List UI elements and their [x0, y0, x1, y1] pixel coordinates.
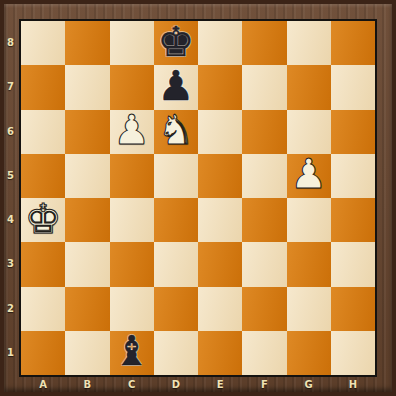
square-b1[interactable]	[65, 331, 109, 375]
square-h1[interactable]	[331, 331, 375, 375]
file-label-b: B	[65, 376, 109, 393]
square-b2[interactable]	[65, 287, 109, 331]
rank-label-7: 7	[3, 65, 18, 109]
rank-label-4: 4	[3, 198, 18, 242]
square-c5[interactable]	[110, 154, 154, 198]
square-f5[interactable]	[242, 154, 286, 198]
square-e7[interactable]	[198, 65, 242, 109]
square-c3[interactable]	[110, 242, 154, 286]
black-bishop[interactable]: ♝	[113, 331, 150, 372]
square-f3[interactable]	[242, 242, 286, 286]
square-h4[interactable]	[331, 198, 375, 242]
square-c7[interactable]	[110, 65, 154, 109]
square-d6[interactable]: ♞	[154, 110, 198, 154]
rank-label-3: 3	[3, 242, 18, 286]
chess-board: ♚♟♟♞♟♚♝	[19, 19, 377, 377]
square-a4[interactable]: ♚	[21, 198, 65, 242]
file-label-a: A	[21, 376, 65, 393]
rank-label-1: 1	[3, 331, 18, 375]
square-b6[interactable]	[65, 110, 109, 154]
rank-label-8: 8	[3, 21, 18, 65]
square-g3[interactable]	[287, 242, 331, 286]
square-e2[interactable]	[198, 287, 242, 331]
square-g1[interactable]	[287, 331, 331, 375]
file-label-f: F	[242, 376, 286, 393]
rank-label-5: 5	[3, 154, 18, 198]
square-g2[interactable]	[287, 287, 331, 331]
square-f2[interactable]	[242, 287, 286, 331]
square-b3[interactable]	[65, 242, 109, 286]
square-c4[interactable]	[110, 198, 154, 242]
white-knight[interactable]: ♞	[157, 110, 194, 151]
square-e6[interactable]	[198, 110, 242, 154]
square-a5[interactable]	[21, 154, 65, 198]
file-label-d: D	[154, 376, 198, 393]
square-b4[interactable]	[65, 198, 109, 242]
square-g6[interactable]	[287, 110, 331, 154]
square-e8[interactable]	[198, 21, 242, 65]
square-d3[interactable]	[154, 242, 198, 286]
square-a8[interactable]	[21, 21, 65, 65]
square-a6[interactable]	[21, 110, 65, 154]
square-c2[interactable]	[110, 287, 154, 331]
square-d5[interactable]	[154, 154, 198, 198]
square-g5[interactable]: ♟	[287, 154, 331, 198]
square-f4[interactable]	[242, 198, 286, 242]
file-label-c: C	[110, 376, 154, 393]
square-e5[interactable]	[198, 154, 242, 198]
square-h5[interactable]	[331, 154, 375, 198]
square-d8[interactable]: ♚	[154, 21, 198, 65]
square-c6[interactable]: ♟	[110, 110, 154, 154]
file-label-g: G	[287, 376, 331, 393]
square-a2[interactable]	[21, 287, 65, 331]
square-h8[interactable]	[331, 21, 375, 65]
file-label-e: E	[198, 376, 242, 393]
square-f8[interactable]	[242, 21, 286, 65]
black-king[interactable]: ♚	[157, 22, 194, 63]
square-g4[interactable]	[287, 198, 331, 242]
square-h7[interactable]	[331, 65, 375, 109]
chess-board-screenshot: ♚♟♟♞♟♚♝ ABCDEFGH87654321	[0, 0, 396, 396]
square-c8[interactable]	[110, 21, 154, 65]
square-h2[interactable]	[331, 287, 375, 331]
square-e4[interactable]	[198, 198, 242, 242]
black-pawn[interactable]: ♟	[157, 66, 194, 107]
square-f6[interactable]	[242, 110, 286, 154]
rank-label-6: 6	[3, 110, 18, 154]
square-d7[interactable]: ♟	[154, 65, 198, 109]
file-label-h: H	[331, 376, 375, 393]
square-a7[interactable]	[21, 65, 65, 109]
square-e1[interactable]	[198, 331, 242, 375]
square-f1[interactable]	[242, 331, 286, 375]
square-a1[interactable]	[21, 331, 65, 375]
square-d4[interactable]	[154, 198, 198, 242]
white-pawn[interactable]: ♟	[113, 110, 150, 151]
square-g8[interactable]	[287, 21, 331, 65]
white-pawn[interactable]: ♟	[290, 154, 327, 195]
square-e3[interactable]	[198, 242, 242, 286]
square-c1[interactable]: ♝	[110, 331, 154, 375]
square-f7[interactable]	[242, 65, 286, 109]
square-b5[interactable]	[65, 154, 109, 198]
square-d1[interactable]	[154, 331, 198, 375]
square-a3[interactable]	[21, 242, 65, 286]
square-h6[interactable]	[331, 110, 375, 154]
white-king[interactable]: ♚	[25, 199, 62, 240]
rank-label-2: 2	[3, 287, 18, 331]
square-d2[interactable]	[154, 287, 198, 331]
square-h3[interactable]	[331, 242, 375, 286]
square-g7[interactable]	[287, 65, 331, 109]
square-b7[interactable]	[65, 65, 109, 109]
square-b8[interactable]	[65, 21, 109, 65]
